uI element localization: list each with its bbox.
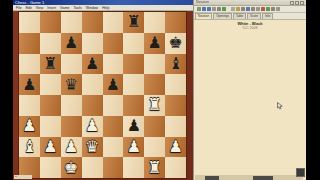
piece-black-queen[interactable]: ♛ [64,77,78,93]
piece-black-rook[interactable]: ♜ [127,14,141,30]
square-b4[interactable] [40,95,61,116]
square-a2[interactable]: ♝ [19,137,40,158]
piece-black-pawn[interactable]: ♟ [85,56,99,72]
square-a8[interactable] [19,12,40,33]
square-g1[interactable]: ♜ [144,157,165,178]
piece-black-rook[interactable]: ♜ [43,56,57,72]
square-f5[interactable] [123,74,144,95]
square-b8[interactable] [40,12,61,33]
square-d3[interactable]: ♟ [82,116,103,137]
square-d6[interactable]: ♟ [82,54,103,75]
square-c5[interactable]: ♛ [61,74,82,95]
square-e1[interactable] [103,157,124,178]
square-c4[interactable] [61,95,82,116]
square-h4[interactable] [165,95,186,116]
board-frame: ♜♟♟♚♜♟♝♟♛♟♜♟♟♟♝♟♟♛♟♟♚♜ [13,11,193,180]
back-icon[interactable] [231,7,235,11]
square-f6[interactable] [123,54,144,75]
notation-content[interactable]: White - Black ICC 2008 [194,19,306,175]
square-b6[interactable]: ♜ [40,54,61,75]
square-h2[interactable]: ♟ [165,137,186,158]
square-c8[interactable] [61,12,82,33]
square-d8[interactable] [82,12,103,33]
square-a5[interactable]: ♟ [19,74,40,95]
game-event-header: ICC 2008 [194,26,306,30]
square-b5[interactable] [40,74,61,95]
menu-item-help[interactable]: Help [102,6,109,10]
square-h5[interactable] [165,74,186,95]
square-h1[interactable] [165,157,186,178]
menu-item-window[interactable]: Window [86,6,98,10]
square-e5[interactable]: ♟ [103,74,124,95]
square-a4[interactable] [19,95,40,116]
resize-corner [296,168,305,177]
mouse-cursor-icon [277,102,283,110]
new-icon[interactable] [197,7,201,11]
save-icon[interactable] [207,7,211,11]
piece-white-queen[interactable]: ♛ [85,139,99,155]
square-d4[interactable] [82,95,103,116]
square-f4[interactable] [123,95,144,116]
square-d7[interactable] [82,33,103,54]
square-g4[interactable]: ♜ [144,95,165,116]
piece-white-pawn[interactable]: ♟ [64,139,78,155]
square-f3[interactable]: ♟ [123,116,144,137]
square-e8[interactable] [103,12,124,33]
square-a3[interactable]: ♟ [19,116,40,137]
square-c6[interactable] [61,54,82,75]
square-c3[interactable] [61,116,82,137]
piece-white-bishop[interactable]: ♝ [22,139,36,155]
piece-black-pawn[interactable]: ♟ [22,77,36,93]
stop-icon[interactable] [261,7,265,11]
square-e4[interactable] [103,95,124,116]
menu-item-game[interactable]: Game [60,6,70,10]
square-g2[interactable] [144,137,165,158]
piece-white-rook[interactable]: ♜ [148,97,162,113]
menu-item-tools[interactable]: Tools [74,6,82,10]
piece-black-bishop[interactable]: ♝ [168,56,182,72]
taskbar-strip [195,175,303,180]
board-icon[interactable] [251,7,255,11]
notation-panel-title: Notation [196,0,209,4]
menu-item-view[interactable]: View [36,6,44,10]
menu-item-file[interactable]: File [16,6,22,10]
take-back-icon[interactable] [241,7,245,11]
piece-white-pawn[interactable]: ♟ [43,139,57,155]
square-d2[interactable]: ♛ [82,137,103,158]
square-g7[interactable]: ♟ [144,33,165,54]
square-f8[interactable]: ♜ [123,12,144,33]
forward-icon[interactable] [236,7,240,11]
open-icon[interactable] [202,7,206,11]
square-g8[interactable] [144,12,165,33]
gap [227,7,230,11]
square-c7[interactable]: ♟ [61,33,82,54]
square-h3[interactable] [165,116,186,137]
chess-board: ♜♟♟♚♜♟♝♟♛♟♜♟♟♟♝♟♟♛♟♟♚♜ [19,12,186,178]
square-e3[interactable] [103,116,124,137]
square-d1[interactable] [82,157,103,178]
square-h8[interactable] [165,12,186,33]
print-icon[interactable] [212,7,216,11]
menu-item-edit[interactable]: Edit [26,6,32,10]
piece-black-king[interactable]: ♚ [168,35,182,51]
square-f2[interactable]: ♟ [123,137,144,158]
window-buttons [290,1,304,5]
notation-panel: Notation NotationOpeningsTableScoreInfo … [193,0,306,180]
close-button-icon[interactable] [300,1,304,5]
square-e6[interactable] [103,54,124,75]
square-b3[interactable] [40,116,61,137]
piece-white-pawn[interactable]: ♟ [22,118,36,134]
taskbar-button[interactable] [253,176,273,180]
screen: Chess - Game 1 FileEditViewInsertGameToo… [0,0,320,180]
go-icon[interactable] [266,7,270,11]
minimize-button-icon[interactable] [290,1,294,5]
piece-black-pawn[interactable]: ♟ [127,118,141,134]
engine-icon[interactable] [222,7,226,11]
square-c2[interactable]: ♟ [61,137,82,158]
piece-white-king[interactable]: ♚ [64,160,78,176]
piece-white-pawn[interactable]: ♟ [85,118,99,134]
copy-icon[interactable] [217,7,221,11]
piece-black-pawn[interactable]: ♟ [64,35,78,51]
piece-black-pawn[interactable]: ♟ [148,35,162,51]
maximize-button-icon[interactable] [295,1,299,5]
square-e7[interactable] [103,33,124,54]
square-h7[interactable]: ♚ [165,33,186,54]
square-b2[interactable]: ♟ [40,137,61,158]
square-a7[interactable] [19,33,40,54]
status-caption: w [14,175,32,179]
square-f1[interactable] [123,157,144,178]
piece-white-rook[interactable]: ♜ [148,160,162,176]
square-f7[interactable] [123,33,144,54]
piece-white-pawn[interactable]: ♟ [168,139,182,155]
list-icon[interactable] [276,7,280,11]
square-g3[interactable] [144,116,165,137]
square-h6[interactable]: ♝ [165,54,186,75]
square-c1[interactable]: ♚ [61,157,82,178]
square-b1[interactable] [40,157,61,178]
square-e2[interactable] [103,137,124,158]
square-b7[interactable] [40,33,61,54]
taskbar-button[interactable] [205,176,219,180]
square-a6[interactable] [19,54,40,75]
analyze-icon[interactable] [246,7,250,11]
menu-item-insert[interactable]: Insert [47,6,56,10]
square-d5[interactable] [82,74,103,95]
square-g5[interactable] [144,74,165,95]
square-g6[interactable] [144,54,165,75]
piece-black-pawn[interactable]: ♟ [106,77,120,93]
piece-white-pawn[interactable]: ♟ [127,139,141,155]
note-icon[interactable] [271,7,275,11]
notation-toolbar [194,6,306,13]
board-window: Chess - Game 1 FileEditViewInsertGameToo… [13,0,193,180]
flip-icon[interactable] [256,7,260,11]
